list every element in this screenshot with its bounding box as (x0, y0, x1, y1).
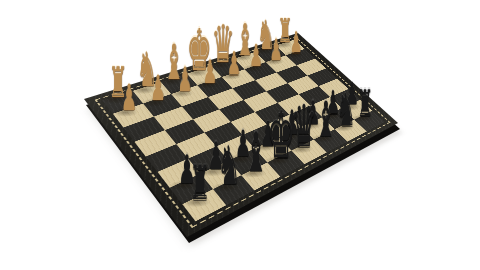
piece-white-pawn: ♟ (116, 88, 141, 116)
square-b3 (277, 65, 308, 83)
piece-white-pawn: ♟ (146, 78, 170, 105)
piece-white-pawn: ♟ (286, 35, 306, 57)
square-f4 (193, 109, 231, 132)
square-g4 (165, 119, 205, 144)
piece-black-rook: ♜ (183, 170, 216, 207)
piece-white-pawn: ♟ (266, 41, 286, 64)
piece-white-pawn: ♟ (245, 47, 266, 70)
piece-white-pawn: ♟ (223, 54, 245, 78)
square-h3 (123, 117, 164, 142)
square-e3 (208, 88, 243, 109)
square-e4 (219, 100, 255, 122)
square-b4 (287, 76, 318, 95)
piece-black-knight: ♞ (210, 150, 247, 191)
square-a3 (296, 59, 326, 76)
piece-white-pawn: ♟ (199, 62, 221, 87)
square-c3 (255, 72, 287, 91)
piece-white-pawn: ♟ (173, 70, 196, 96)
square-h4 (134, 130, 176, 156)
square-g3 (154, 106, 193, 130)
square-f3 (182, 97, 219, 119)
product-photo-stage: ♜♞♝♚♛♝♞♜♟♟♟♟♟♟♟♟♟♟♟♟♟♟♟♟♜♞♝♚♛♝♞♜ (0, 0, 480, 270)
square-d3 (232, 80, 266, 100)
